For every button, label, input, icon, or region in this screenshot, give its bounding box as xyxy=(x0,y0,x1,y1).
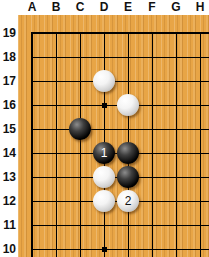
column-label-F: F xyxy=(142,0,162,14)
grid-line-row-10 xyxy=(31,249,209,250)
column-label-D: D xyxy=(94,0,114,14)
grid-line-row-11 xyxy=(31,225,209,226)
move-number-1: 1 xyxy=(101,142,108,164)
column-label-B: B xyxy=(46,0,66,14)
stone-white-D13[interactable] xyxy=(93,166,115,188)
stone-black-E13[interactable] xyxy=(117,166,139,188)
row-label-19: 19 xyxy=(0,26,16,40)
row-label-16: 16 xyxy=(0,98,16,112)
move-number-2: 2 xyxy=(125,190,132,212)
grid-line-col-B xyxy=(56,32,57,257)
stone-black-E14[interactable] xyxy=(117,142,139,164)
star-point-D10 xyxy=(102,247,107,252)
grid-line-col-A xyxy=(31,32,33,257)
grid-line-col-F xyxy=(152,32,153,257)
column-label-G: G xyxy=(166,0,186,14)
grid-line-row-18 xyxy=(31,57,209,58)
grid-line-row-19 xyxy=(31,32,209,34)
stone-white-D17[interactable] xyxy=(93,70,115,92)
column-label-C: C xyxy=(70,0,90,14)
stone-black-C15[interactable] xyxy=(69,118,91,140)
row-label-18: 18 xyxy=(0,50,16,64)
grid-line-row-15 xyxy=(31,129,209,130)
stone-white-E12[interactable]: 2 xyxy=(117,190,139,212)
row-label-14: 14 xyxy=(0,146,16,160)
column-label-A: A xyxy=(22,0,42,14)
row-label-13: 13 xyxy=(0,170,16,184)
row-label-10: 10 xyxy=(0,242,16,256)
stone-black-D14[interactable]: 1 xyxy=(93,142,115,164)
row-label-17: 17 xyxy=(0,74,16,88)
column-label-E: E xyxy=(118,0,138,14)
stone-white-E16[interactable] xyxy=(117,94,139,116)
row-label-12: 12 xyxy=(0,194,16,208)
goban[interactable]: 12 xyxy=(18,15,209,257)
column-label-H: H xyxy=(190,0,209,14)
grid-line-col-C xyxy=(80,32,81,257)
stone-white-D12[interactable] xyxy=(93,190,115,212)
grid-line-col-G xyxy=(176,32,177,257)
grid-line-col-H xyxy=(200,32,201,257)
row-label-11: 11 xyxy=(0,218,16,232)
row-label-15: 15 xyxy=(0,122,16,136)
go-diagram: 12 ABCDEFGH19181716151413121110 xyxy=(0,0,209,257)
star-point-D16 xyxy=(102,103,107,108)
grid-line-row-17 xyxy=(31,81,209,82)
